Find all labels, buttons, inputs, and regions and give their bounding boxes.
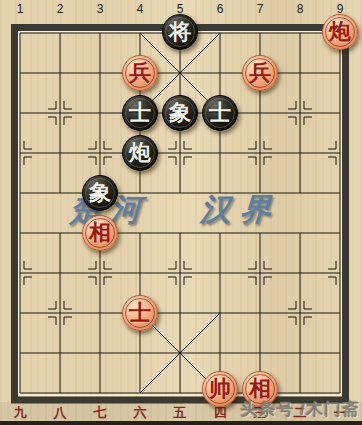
piece-red-pawn[interactable]: 兵: [242, 55, 278, 91]
piece-black-cannon[interactable]: 炮: [122, 135, 158, 171]
piece-red-cannon[interactable]: 炮: [322, 14, 358, 50]
watermark-text: 头条号 /木门斋: [241, 398, 360, 421]
piece-red-advisor[interactable]: 士: [122, 295, 158, 331]
piece-red-general[interactable]: 帅: [202, 371, 238, 407]
xiangqi-board-screenshot: 123456789 九八七六五四三二一 楚河 汉界 将炮兵兵士象士炮象相士帅相 …: [0, 0, 362, 425]
piece-black-advisor[interactable]: 士: [122, 95, 158, 131]
river-text-right: 汉界: [199, 192, 281, 228]
piece-black-advisor[interactable]: 士: [202, 95, 238, 131]
piece-red-pawn[interactable]: 兵: [122, 55, 158, 91]
piece-red-elephant[interactable]: 相: [82, 215, 118, 251]
piece-black-general[interactable]: 将: [162, 14, 198, 50]
piece-black-elephant[interactable]: 象: [82, 175, 118, 211]
bottom-edge-line: [0, 421, 362, 425]
piece-black-elephant[interactable]: 象: [162, 95, 198, 131]
